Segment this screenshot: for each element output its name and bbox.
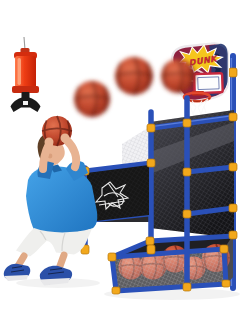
boy <box>4 116 98 286</box>
basketball-arcade-scene: DUNK <box>0 0 240 329</box>
flying-ball-3 <box>161 59 195 93</box>
arcade-stand: DUNK <box>81 43 237 294</box>
pump-base <box>11 92 41 112</box>
air-pump <box>11 37 41 112</box>
boy-legs <box>18 255 64 266</box>
boy-shorts <box>16 228 92 257</box>
pump-highlight <box>18 58 22 85</box>
flying-balls <box>74 57 195 117</box>
boy-hand-left <box>45 138 54 147</box>
flying-ball-1 <box>74 81 110 117</box>
flying-ball-2 <box>115 57 153 95</box>
shooter-target <box>194 73 223 93</box>
product-photo: DUNK <box>0 0 240 329</box>
boy-hand-right <box>61 134 70 143</box>
ball-tray <box>112 235 233 292</box>
pump-collar <box>12 86 39 93</box>
boy-shin-right <box>60 255 64 266</box>
